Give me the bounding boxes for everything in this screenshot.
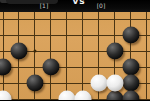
stone-black [10,43,27,60]
go-app-screen: [1] vs [0] [0,0,150,100]
star-point [33,50,36,53]
stone-black [106,91,123,101]
vs-label: vs [68,0,90,6]
stone-black [42,59,59,76]
stone-black [26,75,43,92]
stone-black [122,59,139,76]
stone-black [122,91,139,101]
black-capture-count: [1] [34,2,54,12]
stone-black [0,59,12,76]
grid-line-vertical [66,12,67,100]
grid-line-horizontal [0,19,150,20]
stone-white [90,75,107,92]
stone-black [106,43,123,60]
stone-black [122,27,139,44]
stone-black [122,75,139,92]
grid-line-vertical [146,12,147,100]
stone-white [58,91,75,101]
white-capture-count: [0] [91,2,111,12]
grid-line-vertical [3,12,4,100]
grid-line-vertical [82,12,83,100]
stone-white [106,75,123,92]
stone-white [0,91,12,101]
stone-white [74,91,91,101]
status-bar: [1] vs [0] [0,0,150,12]
grid-line-vertical [50,12,51,100]
go-board[interactable] [0,12,150,100]
